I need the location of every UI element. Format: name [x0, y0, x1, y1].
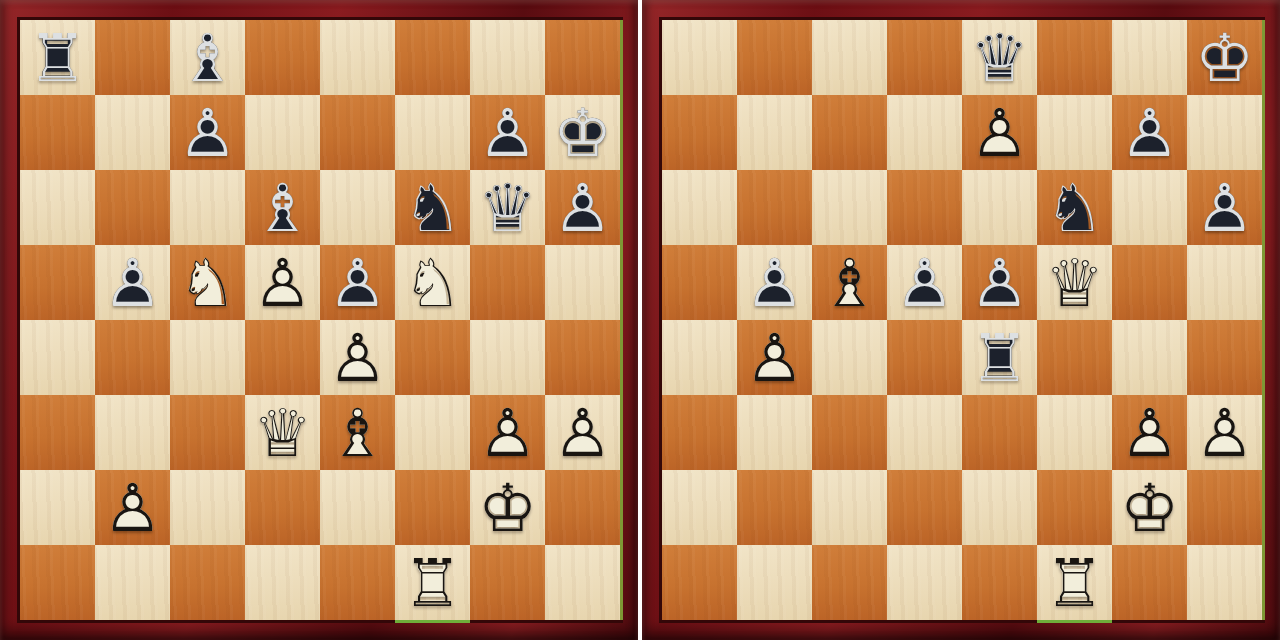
square-e6[interactable] [962, 170, 1037, 245]
green-f1-highlight-left-board [395, 620, 470, 623]
square-c7[interactable]: ♟♙ [170, 95, 245, 170]
black-pawn: ♟♙ [962, 245, 1037, 320]
square-a2[interactable] [662, 470, 737, 545]
square-g1[interactable] [470, 545, 545, 620]
black-bishop: ♝♗ [245, 170, 320, 245]
square-b5[interactable]: ♟♙ [737, 245, 812, 320]
square-c1[interactable] [812, 545, 887, 620]
square-a6[interactable] [20, 170, 95, 245]
square-d4[interactable] [887, 320, 962, 395]
square-h1[interactable] [545, 545, 620, 620]
square-h5[interactable] [1187, 245, 1262, 320]
square-b7[interactable] [737, 95, 812, 170]
white-pawn: ♟♙ [245, 245, 320, 320]
square-a5[interactable] [20, 245, 95, 320]
black-pawn: ♟♙ [737, 245, 812, 320]
square-g7[interactable]: ♟♙ [1112, 95, 1187, 170]
square-h5[interactable] [545, 245, 620, 320]
square-c3[interactable] [170, 395, 245, 470]
square-a4[interactable] [662, 320, 737, 395]
white-pawn: ♟♙ [320, 320, 395, 395]
square-g2[interactable]: ♚♔ [1112, 470, 1187, 545]
white-pawn: ♟♙ [1187, 395, 1262, 470]
white-pawn: ♟♙ [545, 395, 620, 470]
black-king: ♚♔ [1187, 20, 1262, 95]
white-knight: ♞♘ [395, 245, 470, 320]
square-c8[interactable] [812, 20, 887, 95]
square-c8[interactable]: ♝♗ [170, 20, 245, 95]
square-d1[interactable] [887, 545, 962, 620]
square-e8[interactable]: ♛♕ [962, 20, 1037, 95]
square-c5[interactable]: ♞♘ [170, 245, 245, 320]
square-h8[interactable] [545, 20, 620, 95]
square-c2[interactable] [170, 470, 245, 545]
black-king: ♚♔ [545, 95, 620, 170]
square-g7[interactable]: ♟♙ [470, 95, 545, 170]
white-pawn: ♟♙ [737, 320, 812, 395]
black-rook: ♜♖ [962, 320, 1037, 395]
square-f1[interactable]: ♜♖ [1037, 545, 1112, 620]
square-g6[interactable] [1112, 170, 1187, 245]
white-pawn: ♟♙ [1112, 395, 1187, 470]
left-board-squares: ♜♖♝♗♟♙♟♙♚♔♝♗♞♘♛♕♟♙♟♙♞♘♟♙♟♙♞♘♟♙♛♕♝♗♟♙♟♙♟♙… [20, 20, 620, 620]
white-bishop: ♝♗ [320, 395, 395, 470]
square-c4[interactable] [170, 320, 245, 395]
square-e3[interactable]: ♝♗ [320, 395, 395, 470]
right-board-squares: ♛♕♚♔♟♙♟♙♞♘♟♙♟♙♝♗♟♙♟♙♛♕♟♙♜♖♟♙♟♙♚♔♜♖ [662, 20, 1262, 620]
square-h6[interactable]: ♟♙ [545, 170, 620, 245]
square-h3[interactable]: ♟♙ [1187, 395, 1262, 470]
square-b6[interactable] [95, 170, 170, 245]
square-c6[interactable] [812, 170, 887, 245]
square-a5[interactable] [662, 245, 737, 320]
square-e2[interactable] [320, 470, 395, 545]
square-f5[interactable]: ♛♕ [1037, 245, 1112, 320]
black-pawn: ♟♙ [170, 95, 245, 170]
square-d3[interactable]: ♛♕ [245, 395, 320, 470]
square-a7[interactable] [662, 95, 737, 170]
square-e5[interactable]: ♟♙ [320, 245, 395, 320]
square-c2[interactable] [812, 470, 887, 545]
square-f2[interactable] [395, 470, 470, 545]
green-f1-highlight-right-board [1037, 620, 1112, 623]
square-f5[interactable]: ♞♘ [395, 245, 470, 320]
square-c7[interactable] [812, 95, 887, 170]
square-g3[interactable]: ♟♙ [1112, 395, 1187, 470]
square-e7[interactable]: ♟♙ [962, 95, 1037, 170]
square-c5[interactable]: ♝♗ [812, 245, 887, 320]
square-f3[interactable] [1037, 395, 1112, 470]
square-h4[interactable] [1187, 320, 1262, 395]
square-g6[interactable]: ♛♕ [470, 170, 545, 245]
square-b4[interactable] [95, 320, 170, 395]
square-d5[interactable]: ♟♙ [245, 245, 320, 320]
square-b5[interactable]: ♟♙ [95, 245, 170, 320]
square-d2[interactable] [887, 470, 962, 545]
square-d2[interactable] [245, 470, 320, 545]
square-h8[interactable]: ♚♔ [1187, 20, 1262, 95]
right-board: ♛♕♚♔♟♙♟♙♞♘♟♙♟♙♝♗♟♙♟♙♛♕♟♙♜♖♟♙♟♙♚♔♜♖ [642, 0, 1280, 640]
black-pawn: ♟♙ [1187, 170, 1262, 245]
black-pawn: ♟♙ [470, 95, 545, 170]
square-a7[interactable] [20, 95, 95, 170]
square-g8[interactable] [1112, 20, 1187, 95]
square-b2[interactable] [737, 470, 812, 545]
square-c6[interactable] [170, 170, 245, 245]
square-b2[interactable]: ♟♙ [95, 470, 170, 545]
square-e7[interactable] [320, 95, 395, 170]
square-h7[interactable] [1187, 95, 1262, 170]
square-d4[interactable] [245, 320, 320, 395]
square-c1[interactable] [170, 545, 245, 620]
white-knight: ♞♘ [170, 245, 245, 320]
square-d1[interactable] [245, 545, 320, 620]
square-f8[interactable] [395, 20, 470, 95]
black-queen: ♛♕ [962, 20, 1037, 95]
square-e1[interactable] [320, 545, 395, 620]
square-a8[interactable]: ♜♖ [20, 20, 95, 95]
square-h2[interactable] [1187, 470, 1262, 545]
square-f7[interactable] [395, 95, 470, 170]
square-h3[interactable]: ♟♙ [545, 395, 620, 470]
square-h7[interactable]: ♚♔ [545, 95, 620, 170]
square-b7[interactable] [95, 95, 170, 170]
square-d8[interactable] [887, 20, 962, 95]
square-d7[interactable] [887, 95, 962, 170]
square-a1[interactable] [662, 545, 737, 620]
white-queen: ♛♕ [1037, 245, 1112, 320]
square-b8[interactable] [95, 20, 170, 95]
square-a8[interactable] [662, 20, 737, 95]
square-d7[interactable] [245, 95, 320, 170]
square-f2[interactable] [1037, 470, 1112, 545]
black-queen: ♛♕ [470, 170, 545, 245]
square-b3[interactable] [95, 395, 170, 470]
square-e6[interactable] [320, 170, 395, 245]
square-g3[interactable]: ♟♙ [470, 395, 545, 470]
black-bishop: ♝♗ [170, 20, 245, 95]
black-pawn: ♟♙ [95, 245, 170, 320]
green-edge-highlight-right-board [1262, 20, 1265, 620]
square-f4[interactable] [1037, 320, 1112, 395]
square-h2[interactable] [545, 470, 620, 545]
square-d5[interactable]: ♟♙ [887, 245, 962, 320]
square-b6[interactable] [737, 170, 812, 245]
white-king: ♚♔ [470, 470, 545, 545]
white-pawn: ♟♙ [95, 470, 170, 545]
square-f6[interactable]: ♞♘ [395, 170, 470, 245]
square-h6[interactable]: ♟♙ [1187, 170, 1262, 245]
square-a3[interactable] [20, 395, 95, 470]
square-a1[interactable] [20, 545, 95, 620]
black-rook: ♜♖ [20, 20, 95, 95]
black-pawn: ♟♙ [320, 245, 395, 320]
black-pawn: ♟♙ [1112, 95, 1187, 170]
square-e2[interactable] [962, 470, 1037, 545]
black-knight: ♞♘ [1037, 170, 1112, 245]
white-king: ♚♔ [1112, 470, 1187, 545]
square-f1[interactable]: ♜♖ [395, 545, 470, 620]
square-b4[interactable]: ♟♙ [737, 320, 812, 395]
square-a4[interactable] [20, 320, 95, 395]
square-e8[interactable] [320, 20, 395, 95]
white-queen: ♛♕ [245, 395, 320, 470]
square-a3[interactable] [662, 395, 737, 470]
square-f4[interactable] [395, 320, 470, 395]
white-pawn: ♟♙ [470, 395, 545, 470]
square-h4[interactable] [545, 320, 620, 395]
black-knight: ♞♘ [395, 170, 470, 245]
square-b1[interactable] [737, 545, 812, 620]
square-c3[interactable] [812, 395, 887, 470]
square-f7[interactable] [1037, 95, 1112, 170]
square-g2[interactable]: ♚♔ [470, 470, 545, 545]
square-f8[interactable] [1037, 20, 1112, 95]
white-bishop: ♝♗ [812, 245, 887, 320]
square-b1[interactable] [95, 545, 170, 620]
square-a2[interactable] [20, 470, 95, 545]
square-g5[interactable] [470, 245, 545, 320]
square-d6[interactable]: ♝♗ [245, 170, 320, 245]
square-f3[interactable] [395, 395, 470, 470]
square-b8[interactable] [737, 20, 812, 95]
square-g1[interactable] [1112, 545, 1187, 620]
square-g8[interactable] [470, 20, 545, 95]
square-e4[interactable]: ♟♙ [320, 320, 395, 395]
black-pawn: ♟♙ [887, 245, 962, 320]
white-rook: ♜♖ [395, 545, 470, 620]
white-pawn: ♟♙ [962, 95, 1037, 170]
left-board: ♜♖♝♗♟♙♟♙♚♔♝♗♞♘♛♕♟♙♟♙♞♘♟♙♟♙♞♘♟♙♛♕♝♗♟♙♟♙♟♙… [0, 0, 638, 640]
square-g4[interactable] [470, 320, 545, 395]
square-b3[interactable] [737, 395, 812, 470]
square-g4[interactable] [1112, 320, 1187, 395]
square-f6[interactable]: ♞♘ [1037, 170, 1112, 245]
square-a6[interactable] [662, 170, 737, 245]
square-d6[interactable] [887, 170, 962, 245]
square-d8[interactable] [245, 20, 320, 95]
square-h1[interactable] [1187, 545, 1262, 620]
square-g5[interactable] [1112, 245, 1187, 320]
green-edge-highlight-left-board [620, 20, 623, 620]
white-rook: ♜♖ [1037, 545, 1112, 620]
square-e1[interactable] [962, 545, 1037, 620]
square-d3[interactable] [887, 395, 962, 470]
square-c4[interactable] [812, 320, 887, 395]
square-e4[interactable]: ♜♖ [962, 320, 1037, 395]
square-e5[interactable]: ♟♙ [962, 245, 1037, 320]
square-e3[interactable] [962, 395, 1037, 470]
black-pawn: ♟♙ [545, 170, 620, 245]
